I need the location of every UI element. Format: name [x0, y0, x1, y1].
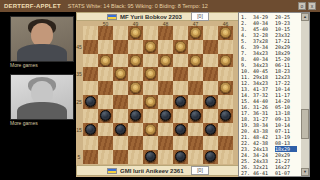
- square-3[interactable]: [143, 150, 158, 164]
- square-26[interactable]: [218, 81, 233, 95]
- light-square: [113, 109, 128, 123]
- light-square: [128, 67, 143, 81]
- move-number: 27.: [241, 170, 253, 175]
- square-11[interactable]: [203, 123, 218, 137]
- square-34[interactable]: [113, 67, 128, 81]
- window-close-button[interactable]: x: [308, 2, 316, 10]
- light-square: [188, 150, 203, 164]
- light-square: [128, 150, 143, 164]
- square-18[interactable]: [158, 109, 173, 123]
- square-37[interactable]: [188, 54, 203, 68]
- white-piece[interactable]: [130, 82, 141, 93]
- light-square: [83, 54, 98, 68]
- square-14[interactable]: [113, 123, 128, 137]
- title-bar: DERTERF-APPLET STATS White: 14 Black: 95…: [0, 0, 320, 12]
- draughts-applet-window: DERTERF-APPLET STATS White: 14 Black: 95…: [0, 0, 320, 180]
- square-24[interactable]: [113, 95, 128, 109]
- light-square: [173, 109, 188, 123]
- black-piece[interactable]: [220, 110, 231, 121]
- square-9[interactable]: [128, 136, 143, 150]
- square-7[interactable]: [188, 136, 203, 150]
- light-square: [158, 123, 173, 137]
- status-stats: STATS White: 14 Black: 95 Wiking: 0 Bidi…: [68, 3, 208, 9]
- light-square: [143, 81, 158, 95]
- square-8[interactable]: [158, 136, 173, 150]
- move-list: 1.34-2920-252.40-3419-233.45-4010-154.32…: [240, 14, 302, 175]
- black-piece[interactable]: [85, 124, 96, 135]
- light-square: [128, 40, 143, 54]
- light-square: [98, 95, 113, 109]
- capture-counter-bottom: [0]: [191, 166, 209, 175]
- square-50[interactable]: [98, 26, 113, 40]
- square-44[interactable]: [113, 40, 128, 54]
- white-piece[interactable]: [145, 41, 156, 52]
- light-square: [173, 54, 188, 68]
- draughts-board: [83, 26, 233, 164]
- light-square: [218, 123, 233, 137]
- black-piece[interactable]: [85, 96, 96, 107]
- light-square: [128, 95, 143, 109]
- light-square: [158, 40, 173, 54]
- black-piece[interactable]: [175, 151, 186, 162]
- white-piece[interactable]: [145, 124, 156, 135]
- square-10[interactable]: [98, 136, 113, 150]
- light-square: [113, 81, 128, 95]
- black-piece[interactable]: [205, 96, 216, 107]
- light-square: [218, 40, 233, 54]
- square-1[interactable]: [203, 150, 218, 164]
- black-piece[interactable]: [100, 110, 111, 121]
- square-5[interactable]: [83, 150, 98, 164]
- light-square: [173, 26, 188, 40]
- square-16[interactable]: [218, 109, 233, 123]
- square-49[interactable]: [128, 26, 143, 40]
- window-restore-button[interactable]: o: [298, 2, 306, 10]
- light-square: [203, 136, 218, 150]
- light-square: [143, 109, 158, 123]
- light-square: [218, 67, 233, 81]
- square-21[interactable]: [203, 95, 218, 109]
- scroll-up-icon[interactable]: ▲: [301, 13, 309, 21]
- capture-counter-top: [0]: [191, 12, 209, 21]
- light-square: [158, 67, 173, 81]
- square-30[interactable]: [98, 81, 113, 95]
- move-list-panel: 1.34-2920-252.40-3419-233.45-4010-154.32…: [238, 12, 310, 177]
- light-square: [143, 136, 158, 150]
- white-piece[interactable]: [100, 55, 111, 66]
- light-square: [98, 67, 113, 81]
- white-piece[interactable]: [145, 96, 156, 107]
- square-45[interactable]: [83, 40, 98, 54]
- more-games-link-bottom[interactable]: More games: [10, 120, 72, 126]
- light-square: [143, 26, 158, 40]
- light-square: [188, 67, 203, 81]
- black-piece[interactable]: [190, 110, 201, 121]
- square-41[interactable]: [203, 40, 218, 54]
- white-piece[interactable]: [130, 27, 141, 38]
- more-games-link-top[interactable]: More games: [10, 62, 72, 68]
- black-piece[interactable]: [175, 96, 186, 107]
- square-39[interactable]: [128, 54, 143, 68]
- light-square: [203, 81, 218, 95]
- light-square: [128, 123, 143, 137]
- square-23[interactable]: [143, 95, 158, 109]
- light-square: [173, 81, 188, 95]
- light-square: [158, 150, 173, 164]
- square-31[interactable]: [203, 67, 218, 81]
- light-square: [83, 109, 98, 123]
- white-piece[interactable]: [190, 55, 201, 66]
- square-20[interactable]: [98, 109, 113, 123]
- light-square: [143, 54, 158, 68]
- square-36[interactable]: [218, 54, 233, 68]
- light-square: [203, 26, 218, 40]
- scrollbar-thumb[interactable]: [301, 109, 309, 139]
- white-piece[interactable]: [145, 68, 156, 79]
- square-47[interactable]: [188, 26, 203, 40]
- square-19[interactable]: [128, 109, 143, 123]
- light-square: [188, 123, 203, 137]
- ukraine-flag-icon: [107, 14, 117, 20]
- player-bar-top: MF Yurii Bobkov 2203 [0]: [76, 12, 240, 21]
- photo-shoulders: [17, 102, 67, 120]
- square-4[interactable]: [113, 150, 128, 164]
- player-photo-top: [10, 16, 74, 62]
- black-piece[interactable]: [115, 124, 126, 135]
- light-square: [188, 40, 203, 54]
- white-piece[interactable]: [115, 68, 126, 79]
- square-38[interactable]: [158, 54, 173, 68]
- square-15[interactable]: [83, 123, 98, 137]
- board-frame: MF Yurii Bobkov 2203 [0] 5049484746 4535…: [76, 12, 240, 177]
- app-title: DERTERF-APPLET: [4, 3, 61, 9]
- light-square: [113, 136, 128, 150]
- black-piece[interactable]: [205, 124, 216, 135]
- player-name-bottom: GMI Iurii Anikeev 2361: [120, 168, 183, 174]
- light-square: [188, 95, 203, 109]
- player-bar-bottom: GMI Iurii Anikeev 2361 [0]: [76, 165, 240, 176]
- black-piece[interactable]: [130, 110, 141, 121]
- black-move[interactable]: 01-07: [275, 170, 297, 175]
- ukraine-flag-icon: [107, 168, 117, 174]
- black-piece[interactable]: [175, 124, 186, 135]
- square-40[interactable]: [98, 54, 113, 68]
- square-42[interactable]: [173, 40, 188, 54]
- square-32[interactable]: [173, 67, 188, 81]
- player-photo-column: More games More games: [0, 12, 76, 180]
- square-29[interactable]: [128, 81, 143, 95]
- square-46[interactable]: [218, 26, 233, 40]
- white-piece[interactable]: [130, 55, 141, 66]
- square-17[interactable]: [188, 109, 203, 123]
- square-35[interactable]: [83, 67, 98, 81]
- square-25[interactable]: [83, 95, 98, 109]
- square-48[interactable]: [158, 26, 173, 40]
- black-piece[interactable]: [205, 151, 216, 162]
- photo-shoulders: [17, 44, 67, 62]
- move-list-scrollbar[interactable]: ▲ ▼: [301, 13, 309, 176]
- light-square: [98, 123, 113, 137]
- square-22[interactable]: [173, 95, 188, 109]
- light-square: [158, 95, 173, 109]
- white-move[interactable]: 46-41: [253, 170, 275, 175]
- light-square: [83, 26, 98, 40]
- square-13[interactable]: [143, 123, 158, 137]
- light-square: [218, 95, 233, 109]
- white-piece[interactable]: [220, 27, 231, 38]
- light-square: [113, 26, 128, 40]
- light-square: [173, 136, 188, 150]
- light-square: [113, 54, 128, 68]
- white-piece[interactable]: [220, 82, 231, 93]
- white-piece[interactable]: [220, 55, 231, 66]
- light-square: [203, 109, 218, 123]
- black-piece[interactable]: [160, 110, 171, 121]
- player-photo-bottom: [10, 74, 74, 120]
- light-square: [98, 150, 113, 164]
- square-28[interactable]: [158, 81, 173, 95]
- light-square: [98, 40, 113, 54]
- white-piece[interactable]: [175, 41, 186, 52]
- square-12[interactable]: [173, 123, 188, 137]
- square-6[interactable]: [218, 136, 233, 150]
- light-square: [83, 81, 98, 95]
- light-square: [218, 150, 233, 164]
- square-27[interactable]: [188, 81, 203, 95]
- light-square: [203, 54, 218, 68]
- black-piece[interactable]: [145, 151, 156, 162]
- white-piece[interactable]: [160, 55, 171, 66]
- scroll-down-icon[interactable]: ▼: [301, 168, 309, 176]
- square-43[interactable]: [143, 40, 158, 54]
- square-2[interactable]: [173, 150, 188, 164]
- square-33[interactable]: [143, 67, 158, 81]
- white-piece[interactable]: [190, 27, 201, 38]
- move-row: 27.46-4101-07: [240, 170, 302, 175]
- player-name-top: MF Yurii Bobkov 2203: [120, 14, 182, 20]
- light-square: [83, 136, 98, 150]
